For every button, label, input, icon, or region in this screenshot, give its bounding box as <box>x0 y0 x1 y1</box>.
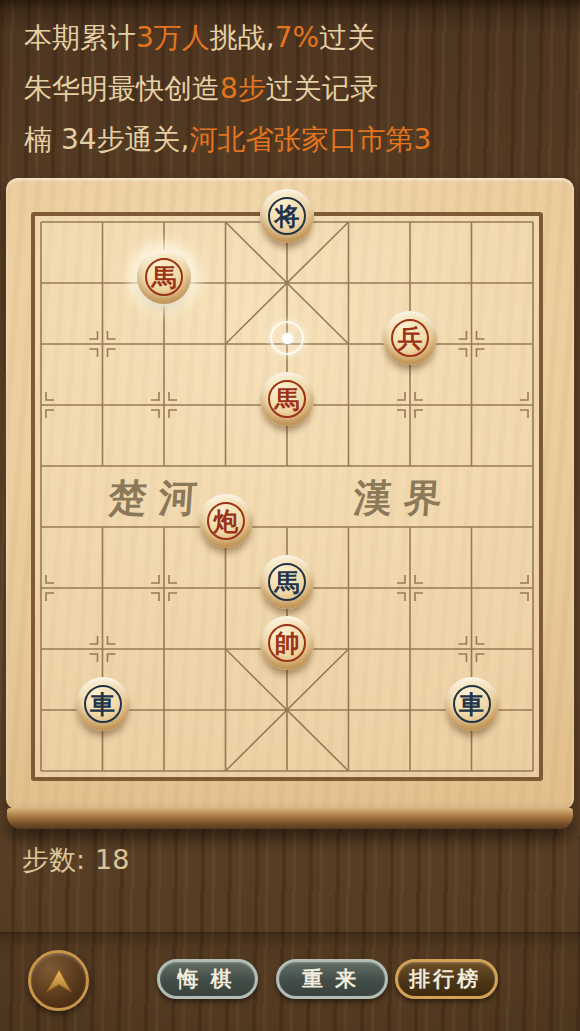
step-counter-value: 18 <box>95 844 129 875</box>
piece-character: 馬 <box>275 387 300 412</box>
piece-red-horse[interactable]: 馬 <box>137 250 191 304</box>
step-counter-label: 步数: <box>22 844 85 875</box>
piece-ring: 馬 <box>268 563 306 601</box>
piece-ring: 馬 <box>145 258 183 296</box>
stats-line: 本期累计3万人挑战,7%过关 <box>24 12 431 63</box>
step-counter: 步数:18 <box>22 842 129 878</box>
stat-text: 本期累计 <box>24 21 136 54</box>
piece-red-cannon[interactable]: 炮 <box>199 494 253 548</box>
chevron-up-icon <box>42 964 76 998</box>
stat-highlight: 7% <box>275 21 319 54</box>
leaderboard-button[interactable]: 排行榜 <box>395 959 498 999</box>
piece-ring: 帥 <box>268 624 306 662</box>
piece-ring: 将 <box>268 197 306 235</box>
bottom-toolbar: 悔棋 重来 排行榜 <box>0 932 580 1031</box>
piece-red-general[interactable]: 帥 <box>260 616 314 670</box>
piece-ring: 炮 <box>207 502 245 540</box>
menu-up-button[interactable] <box>28 950 89 1011</box>
piece-character: 車 <box>459 692 484 717</box>
piece-character: 馬 <box>152 265 177 290</box>
stat-text: 朱华明最快创造 <box>24 72 220 105</box>
stat-text: 挑战, <box>210 21 275 54</box>
challenge-stats: 本期累计3万人挑战,7%过关朱华明最快创造8步过关记录楠 34步通关,河北省张家… <box>24 12 431 165</box>
piece-ring: 馬 <box>268 380 306 418</box>
piece-character: 兵 <box>398 326 423 351</box>
piece-black-horse[interactable]: 馬 <box>260 555 314 609</box>
move-origin-marker <box>270 321 304 355</box>
stat-text: 过关记录 <box>266 72 378 105</box>
river-label-han: 漢界 <box>327 469 481 527</box>
stats-line: 楠 34步通关,河北省张家口市第3 <box>24 114 431 165</box>
piece-black-general[interactable]: 将 <box>260 189 314 243</box>
xiangqi-board: 楚河 漢界 将馬兵馬炮馬帥車車 <box>6 178 574 810</box>
piece-ring: 車 <box>84 685 122 723</box>
board-play-area[interactable]: 楚河 漢界 将馬兵馬炮馬帥車車 <box>41 222 533 771</box>
piece-character: 炮 <box>213 509 238 534</box>
piece-character: 帥 <box>275 631 300 656</box>
piece-character: 将 <box>275 204 300 229</box>
piece-ring: 車 <box>453 685 491 723</box>
stat-text: 楠 34步通关, <box>24 123 189 156</box>
piece-character: 馬 <box>275 570 300 595</box>
stat-highlight: 河北省张家口市第3 <box>189 123 431 156</box>
piece-red-horse[interactable]: 馬 <box>260 372 314 426</box>
restart-button[interactable]: 重来 <box>276 959 388 999</box>
piece-red-soldier[interactable]: 兵 <box>383 311 437 365</box>
stat-text: 过关 <box>319 21 375 54</box>
piece-ring: 兵 <box>391 319 429 357</box>
piece-black-chariot[interactable]: 車 <box>76 677 130 731</box>
stat-highlight: 3万人 <box>136 21 210 54</box>
stat-highlight: 8步 <box>220 72 266 105</box>
piece-character: 車 <box>90 692 115 717</box>
stats-line: 朱华明最快创造8步过关记录 <box>24 63 431 114</box>
undo-move-button[interactable]: 悔棋 <box>157 959 258 999</box>
piece-black-chariot[interactable]: 車 <box>445 677 499 731</box>
